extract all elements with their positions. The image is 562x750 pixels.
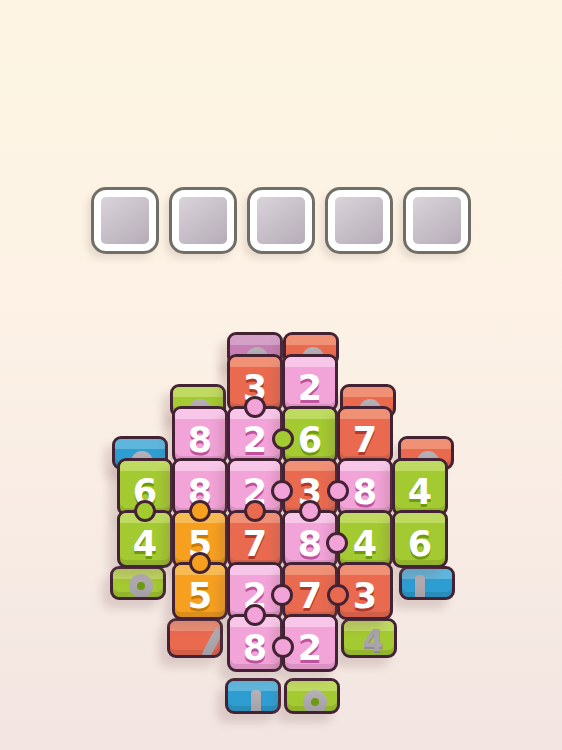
board: 4328267682384457846527382 (0, 0, 562, 750)
behind-tile-blue (225, 678, 281, 714)
inactive-number-glyph (251, 690, 261, 714)
behind-tile-red (167, 618, 223, 658)
jigsaw-tab-left (327, 584, 349, 606)
inactive-number-glyph (201, 627, 223, 658)
inactive-number-glyph (129, 574, 153, 598)
tile-number: 4 (395, 471, 445, 513)
jigsaw-tab-right (271, 584, 293, 606)
jigsaw-tab-top (189, 552, 211, 574)
behind-tile-green (110, 566, 166, 600)
tile-number: 7 (340, 419, 390, 461)
jigsaw-tab-left (327, 480, 349, 502)
inactive-number-glyph: 4 (363, 623, 384, 658)
tile-number: 5 (175, 575, 225, 617)
behind-tile-green: 4 (341, 618, 397, 658)
behind-tile-green (284, 678, 340, 714)
jigsaw-tab-top (189, 500, 211, 522)
jigsaw-tab-top (134, 500, 156, 522)
tile-r3c6-green-4[interactable]: 4 (392, 458, 448, 516)
game-screen: 4328267682384457846527382 (0, 0, 562, 750)
tile-number: 2 (285, 367, 335, 409)
jigsaw-tab-top (299, 500, 321, 522)
tile-number: 7 (230, 523, 280, 565)
tile-r4c6-green-6[interactable]: 6 (392, 510, 448, 568)
jigsaw-tab-left (272, 636, 294, 658)
tile-number: 8 (175, 419, 225, 461)
tile-r1c4-pink-2[interactable]: 2 (282, 354, 338, 412)
jigsaw-tab-right (271, 480, 293, 502)
behind-tile-blue (399, 566, 455, 600)
jigsaw-tab-top (244, 500, 266, 522)
jigsaw-tab-right (326, 532, 348, 554)
tile-number: 4 (120, 523, 170, 565)
jigsaw-tab-top (244, 604, 266, 626)
inactive-number-glyph (415, 575, 425, 600)
tile-r2c5-red-7[interactable]: 7 (337, 406, 393, 464)
inactive-number-glyph (303, 690, 327, 714)
jigsaw-tab-top (244, 396, 266, 418)
tile-number: 6 (395, 523, 445, 565)
jigsaw-tab-left (272, 428, 294, 450)
tile-r2c2-pink-8[interactable]: 8 (172, 406, 228, 464)
